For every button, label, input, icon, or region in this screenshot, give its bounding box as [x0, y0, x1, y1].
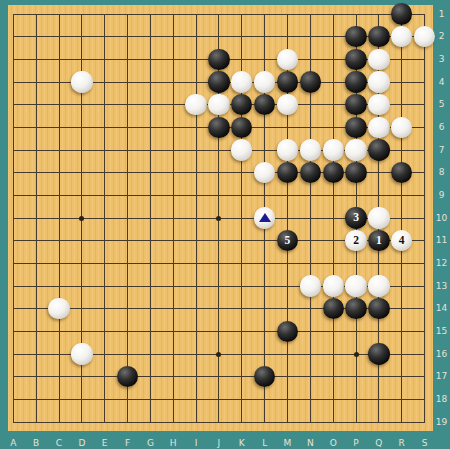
stone-black[interactable] [277, 71, 298, 92]
move-number-label: 2 [353, 235, 359, 247]
stone-white[interactable] [48, 298, 69, 319]
stone-black[interactable] [231, 94, 252, 115]
stone-white[interactable] [391, 26, 412, 47]
star-point [79, 216, 84, 221]
column-label: L [257, 439, 273, 448]
row-label: 15 [433, 327, 450, 336]
row-label: 1 [433, 10, 450, 19]
stone-white[interactable] [391, 117, 412, 138]
star-point [216, 352, 221, 357]
stone-black[interactable] [208, 49, 229, 70]
column-label: O [325, 439, 341, 448]
stone-white[interactable] [254, 162, 275, 183]
column-label: Q [371, 439, 387, 448]
stone-white[interactable] [71, 71, 92, 92]
stone-white[interactable] [368, 275, 389, 296]
stone-black[interactable]: 5 [277, 230, 298, 251]
stone-white[interactable] [323, 275, 344, 296]
stone-black[interactable] [345, 117, 366, 138]
row-label: 14 [433, 304, 450, 313]
stone-white[interactable] [277, 49, 298, 70]
row-label: 17 [433, 372, 450, 381]
row-label: 11 [433, 236, 450, 245]
row-label: 3 [433, 55, 450, 64]
move-number-label: 1 [376, 235, 382, 247]
stone-black[interactable] [345, 162, 366, 183]
column-label: B [28, 439, 44, 448]
grid-line [424, 14, 425, 423]
stone-white[interactable] [368, 117, 389, 138]
stone-black[interactable] [300, 71, 321, 92]
stone-black[interactable] [368, 26, 389, 47]
move-number-label: 5 [285, 235, 291, 247]
stone-black[interactable] [368, 139, 389, 160]
grid-line [401, 14, 402, 423]
column-label: N [302, 439, 318, 448]
stone-white[interactable] [323, 139, 344, 160]
stone-white[interactable] [185, 94, 206, 115]
stone-black[interactable] [323, 298, 344, 319]
star-point [354, 352, 359, 357]
stone-black[interactable] [345, 26, 366, 47]
grid-line [13, 422, 425, 423]
stone-white[interactable]: 2 [345, 230, 366, 251]
stone-black[interactable] [277, 321, 298, 342]
stone-black[interactable] [208, 117, 229, 138]
stone-white[interactable] [208, 94, 229, 115]
stone-black[interactable] [208, 71, 229, 92]
column-label: G [142, 439, 158, 448]
grid-line [13, 263, 425, 264]
stone-black[interactable] [345, 49, 366, 70]
row-label: 5 [433, 100, 450, 109]
stone-white[interactable] [345, 275, 366, 296]
row-label: 19 [433, 418, 450, 427]
stone-white[interactable] [71, 343, 92, 364]
column-label: D [74, 439, 90, 448]
stone-white[interactable] [368, 49, 389, 70]
column-label: R [394, 439, 410, 448]
stone-black[interactable] [254, 94, 275, 115]
stone-white[interactable] [277, 139, 298, 160]
grid-line [13, 331, 425, 332]
column-label: F [120, 439, 136, 448]
column-label: S [417, 439, 433, 448]
row-label: 7 [433, 146, 450, 155]
column-label: P [348, 439, 364, 448]
stone-black[interactable] [368, 298, 389, 319]
stone-black[interactable] [117, 366, 138, 387]
grid-line [13, 376, 425, 377]
stone-black[interactable] [368, 343, 389, 364]
column-label: M [280, 439, 296, 448]
stone-black[interactable] [391, 3, 412, 24]
grid-line [13, 399, 425, 400]
row-label: 13 [433, 282, 450, 291]
column-label: A [5, 439, 21, 448]
column-label: K [234, 439, 250, 448]
stone-white[interactable] [231, 139, 252, 160]
stone-white[interactable] [231, 71, 252, 92]
row-label: 10 [433, 214, 450, 223]
stone-black[interactable] [391, 162, 412, 183]
stone-white[interactable] [368, 94, 389, 115]
go-board[interactable]: 35214 [8, 5, 433, 431]
board-frame: 35214 ABCDEFGHIJKLMNOPQRS123456789101112… [0, 0, 450, 449]
star-point [216, 216, 221, 221]
stone-white[interactable] [254, 71, 275, 92]
column-label: J [211, 439, 227, 448]
row-label: 18 [433, 395, 450, 404]
column-label: E [97, 439, 113, 448]
row-label: 12 [433, 259, 450, 268]
column-label: C [51, 439, 67, 448]
stone-white[interactable] [300, 139, 321, 160]
stone-black[interactable] [345, 298, 366, 319]
move-number-label: 4 [399, 235, 405, 247]
column-label: H [165, 439, 181, 448]
stone-white[interactable]: 4 [391, 230, 412, 251]
stone-black[interactable] [277, 162, 298, 183]
grid-line [333, 14, 334, 423]
row-label: 9 [433, 191, 450, 200]
row-label: 6 [433, 123, 450, 132]
stone-white[interactable] [345, 139, 366, 160]
triangle-marker [259, 213, 271, 222]
stone-white[interactable] [300, 275, 321, 296]
stone-black[interactable] [323, 162, 344, 183]
column-label: I [188, 439, 204, 448]
stone-black[interactable] [254, 366, 275, 387]
stone-white[interactable] [254, 207, 275, 228]
row-label: 8 [433, 168, 450, 177]
stone-white[interactable] [277, 94, 298, 115]
stone-white[interactable] [368, 71, 389, 92]
stone-black[interactable] [345, 94, 366, 115]
stone-black[interactable]: 3 [345, 207, 366, 228]
stone-black[interactable] [300, 162, 321, 183]
move-number-label: 3 [353, 212, 359, 224]
row-label: 4 [433, 78, 450, 87]
stone-black[interactable] [231, 117, 252, 138]
stone-white[interactable] [368, 207, 389, 228]
stone-black[interactable]: 1 [368, 230, 389, 251]
stone-black[interactable] [345, 71, 366, 92]
row-label: 16 [433, 350, 450, 359]
row-label: 2 [433, 32, 450, 41]
